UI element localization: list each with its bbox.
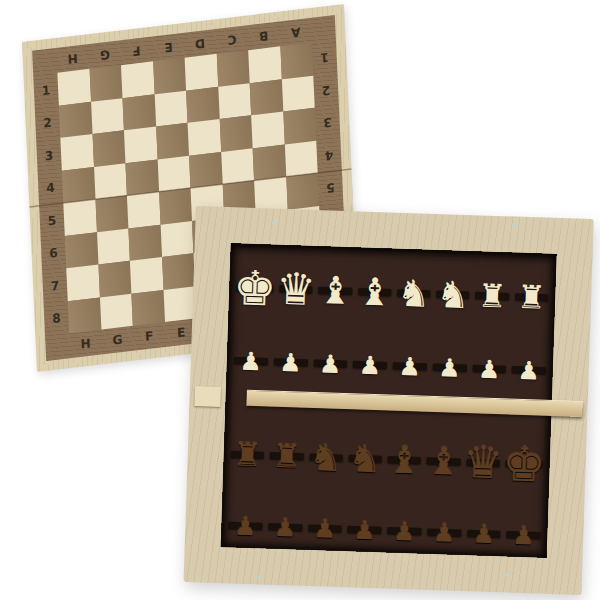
- white-bishop: ♝: [357, 272, 392, 311]
- board-square: [219, 115, 252, 151]
- piece-slot: ♟: [264, 504, 305, 549]
- board-square: [125, 159, 158, 195]
- board-square: [62, 167, 95, 203]
- board-square: [284, 140, 317, 176]
- piece-slot: ♞: [393, 249, 435, 338]
- board-square: [162, 253, 195, 289]
- piece-slot: ♟: [349, 341, 390, 388]
- black-queen: ♛: [462, 440, 503, 485]
- piece-slot: ♟: [508, 346, 549, 393]
- board-square: [91, 98, 124, 134]
- board-square: [66, 264, 99, 300]
- piece-slot: ♝: [383, 416, 425, 503]
- board-square: [248, 46, 281, 82]
- coordinate-label: 6: [41, 236, 67, 271]
- piece-slot: ♜: [266, 413, 308, 500]
- board-square: [283, 108, 316, 144]
- black-rook: ♜: [233, 438, 263, 471]
- board-square: [65, 232, 98, 268]
- board-square: [94, 163, 127, 199]
- board-square: [159, 188, 192, 224]
- coordinate-label: C: [215, 25, 248, 54]
- black-king: ♚: [502, 439, 547, 488]
- board-square: [250, 79, 283, 115]
- board-square: [60, 134, 93, 170]
- product-photo: HGFEDCBA HGFEDCBA 12345678 12345678 ♚♛♝♝…: [0, 0, 600, 600]
- white-king: ♚: [233, 263, 278, 312]
- piece-slot: ♜: [471, 251, 513, 340]
- board-square: [286, 173, 319, 209]
- board-square: [128, 224, 161, 260]
- board-square: [157, 155, 190, 191]
- piece-slot: ♛: [462, 419, 504, 506]
- coordinate-label: D: [183, 29, 216, 58]
- coordinate-label: 1: [312, 40, 338, 75]
- coordinate-label: B: [247, 22, 280, 51]
- tray-row-white-pawns: ♟♟♟♟♟♟♟♟: [230, 337, 549, 394]
- piece-slot: ♟: [503, 512, 544, 557]
- coordinate-label: G: [88, 40, 121, 69]
- piece-slot: ♟: [230, 337, 271, 384]
- coordinate-label: 5: [39, 203, 65, 238]
- white-pawn: ♟: [398, 353, 421, 379]
- piece-slot: ♜: [226, 411, 268, 498]
- piece-slot: ♟: [463, 511, 504, 556]
- coordinate-label: 3: [315, 105, 341, 140]
- reflection-speck: [258, 576, 261, 579]
- piece-slot: ♞: [432, 250, 474, 339]
- board-square: [97, 228, 130, 264]
- white-pawn: ♟: [319, 351, 342, 377]
- coordinate-label: A: [279, 18, 312, 47]
- board-square: [253, 144, 286, 180]
- black-knight: ♞: [309, 438, 343, 476]
- black-pawn: ♟: [353, 517, 376, 543]
- board-square: [100, 293, 133, 329]
- board-square: [131, 290, 164, 326]
- coordinate-label: 2: [35, 105, 61, 140]
- coordinate-label: F: [120, 37, 153, 66]
- black-bishop: ♝: [426, 442, 461, 481]
- white-pawn: ♟: [358, 352, 381, 378]
- board-square: [186, 86, 219, 122]
- coordinate-label: 5: [318, 170, 344, 205]
- board-square: [127, 192, 160, 228]
- board-square: [221, 148, 254, 184]
- black-knight: ♞: [348, 440, 382, 478]
- board-square: [218, 83, 251, 119]
- board-square: [89, 65, 122, 101]
- board-square: [98, 261, 131, 297]
- board-square: [251, 112, 284, 148]
- tray-row-white-back: ♚♛♝♝♞♞♜♜: [232, 243, 553, 341]
- board-square: [59, 101, 92, 137]
- board-square: [95, 196, 128, 232]
- white-rook: ♜: [477, 279, 507, 312]
- piece-slot: ♟: [270, 339, 311, 386]
- piece-slot: ♟: [389, 343, 430, 390]
- coordinate-label: H: [56, 44, 89, 73]
- black-pawn: ♟: [432, 520, 455, 546]
- board-square: [154, 90, 187, 126]
- white-pawn: ♟: [279, 349, 302, 375]
- coordinate-label: 4: [316, 138, 342, 173]
- board-square: [130, 257, 163, 293]
- piece-slot: ♞: [344, 415, 386, 502]
- white-bishop: ♝: [318, 271, 353, 310]
- board-square: [92, 130, 125, 166]
- black-bishop: ♝: [387, 440, 422, 479]
- coordinate-label: 1: [33, 73, 59, 108]
- piece-slot: ♟: [429, 344, 470, 391]
- board-square: [63, 199, 96, 235]
- board-square: [188, 119, 221, 155]
- board-square: [281, 75, 314, 111]
- piece-slot: ♚: [501, 420, 547, 507]
- white-pawn: ♟: [478, 356, 501, 382]
- hinge-tab: [194, 386, 221, 407]
- board-square: [153, 58, 186, 94]
- piece-slot: ♟: [344, 507, 385, 552]
- board-square: [57, 69, 90, 105]
- piece-slot: ♝: [314, 246, 356, 335]
- black-pawn: ♟: [273, 514, 296, 540]
- coordinate-label: H: [69, 330, 102, 359]
- white-pawn: ♟: [517, 357, 540, 383]
- black-pawn: ♟: [313, 516, 336, 542]
- white-knight: ♞: [436, 276, 470, 314]
- piece-slot: ♝: [354, 247, 396, 336]
- piece-slot: ♟: [304, 506, 345, 551]
- piece-slot: ♟: [310, 340, 351, 387]
- piece-slot: ♚: [232, 243, 278, 332]
- board-square: [121, 61, 154, 97]
- board-square: [189, 152, 222, 188]
- black-pawn: ♟: [234, 513, 257, 539]
- piece-slot: ♜: [510, 253, 552, 342]
- board-square: [122, 94, 155, 130]
- board-square: [124, 127, 157, 163]
- coordinate-label: 4: [38, 170, 64, 205]
- storage-box: ♚♛♝♝♞♞♜♜ ♟♟♟♟♟♟♟♟ ♜♜♞♞♝♝♛♚ ♟♟♟♟♟♟♟♟: [184, 206, 594, 595]
- piece-slot: ♟: [384, 508, 425, 553]
- coordinate-label: F: [133, 322, 166, 351]
- board-square: [185, 54, 218, 90]
- reflection-speck: [512, 224, 515, 227]
- piece-slot: ♟: [423, 510, 464, 555]
- black-pawn: ♟: [512, 522, 535, 548]
- tray-row-black-back: ♜♜♞♞♝♝♛♚: [226, 411, 547, 507]
- coordinate-label: 3: [36, 138, 62, 173]
- board-square: [216, 50, 249, 86]
- black-pawn: ♟: [472, 521, 495, 547]
- coordinate-label: 8: [44, 301, 70, 336]
- piece-slot: ♞: [305, 414, 347, 501]
- piece-slot: ♛: [275, 245, 317, 334]
- white-pawn: ♟: [438, 355, 461, 381]
- piece-slot: ♝: [423, 418, 465, 505]
- coordinate-label: 7: [42, 268, 68, 303]
- board-square: [156, 123, 189, 159]
- reflection-speck: [505, 573, 508, 576]
- black-rook: ♜: [272, 440, 302, 473]
- white-pawn: ♟: [239, 348, 262, 374]
- reflection-speck: [273, 221, 276, 224]
- white-queen: ♛: [276, 267, 317, 312]
- board-square: [280, 43, 313, 79]
- coordinate-label: 2: [313, 72, 339, 107]
- tray-row-black-pawns: ♟♟♟♟♟♟♟♟: [225, 503, 544, 558]
- board-square: [68, 297, 101, 333]
- white-rook: ♜: [517, 281, 547, 314]
- white-knight: ♞: [397, 274, 431, 312]
- board-square: [160, 221, 193, 257]
- coordinate-label: E: [152, 33, 185, 62]
- piece-slot: ♟: [225, 503, 266, 548]
- piece-slot: ♟: [469, 345, 510, 392]
- coordinate-label: G: [101, 326, 134, 355]
- black-pawn: ♟: [393, 518, 416, 544]
